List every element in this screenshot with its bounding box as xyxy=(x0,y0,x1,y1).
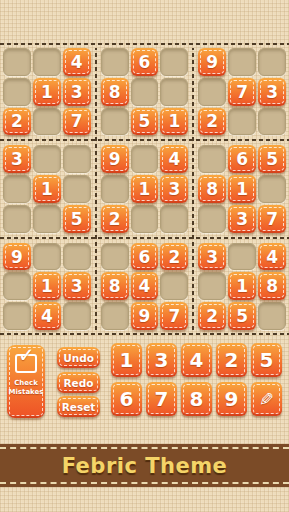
reset-button[interactable]: Reset xyxy=(57,396,100,417)
cell-r9c3[interactable] xyxy=(63,302,91,330)
cell-r6c9[interactable]: 7 xyxy=(258,205,286,233)
cell-r1c7[interactable]: 9 xyxy=(198,48,226,76)
checkmark-icon: ✓ xyxy=(18,345,35,365)
cell-r1c6[interactable] xyxy=(160,48,188,76)
cell-r2c6[interactable] xyxy=(160,78,188,106)
undo-button[interactable]: Undo xyxy=(57,347,100,368)
grid-vertical-stitch-line-1 xyxy=(95,48,97,330)
cell-r5c6[interactable]: 3 xyxy=(160,175,188,203)
cell-r7c4[interactable] xyxy=(101,243,129,271)
cell-r4c4[interactable]: 9 xyxy=(101,145,129,173)
cell-r5c1[interactable] xyxy=(3,175,31,203)
check-mistakes-button[interactable]: ✓ Check Mistakes xyxy=(7,345,45,418)
cell-r2c3[interactable]: 3 xyxy=(63,78,91,106)
cell-r4c8[interactable]: 6 xyxy=(228,145,256,173)
cell-r3c9[interactable] xyxy=(258,108,286,136)
cell-r9c6[interactable]: 7 xyxy=(160,302,188,330)
cell-r2c9[interactable]: 3 xyxy=(258,78,286,106)
redo-button[interactable]: Redo xyxy=(57,372,100,393)
cell-r2c1[interactable] xyxy=(3,78,31,106)
cell-r3c1[interactable]: 2 xyxy=(3,108,31,136)
cell-r4c3[interactable] xyxy=(63,145,91,173)
cell-r7c8[interactable] xyxy=(228,243,256,271)
cell-r1c4[interactable] xyxy=(101,48,129,76)
cell-r9c4[interactable] xyxy=(101,302,129,330)
cell-r7c2[interactable] xyxy=(33,243,61,271)
cell-r7c1[interactable]: 9 xyxy=(3,243,31,271)
cell-r9c8[interactable]: 5 xyxy=(228,302,256,330)
cell-r5c9[interactable] xyxy=(258,175,286,203)
cell-r6c3[interactable]: 5 xyxy=(63,205,91,233)
cell-r5c3[interactable] xyxy=(63,175,91,203)
cell-r8c6[interactable] xyxy=(160,272,188,300)
cell-r8c1[interactable] xyxy=(3,272,31,300)
numpad-4[interactable]: 4 xyxy=(181,343,212,377)
cell-r1c9[interactable] xyxy=(258,48,286,76)
cell-r3c4[interactable] xyxy=(101,108,129,136)
cell-r3c2[interactable] xyxy=(33,108,61,136)
pencil-button[interactable]: ✎ xyxy=(251,382,282,416)
cell-r7c6[interactable]: 2 xyxy=(160,243,188,271)
cell-r7c7[interactable]: 3 xyxy=(198,243,226,271)
sudoku-board: 4691387327512394651138152379623413841849… xyxy=(0,44,289,334)
cell-r3c3[interactable]: 7 xyxy=(63,108,91,136)
numpad-7[interactable]: 7 xyxy=(146,382,177,416)
numpad-1[interactable]: 1 xyxy=(111,343,142,377)
cell-r4c9[interactable]: 5 xyxy=(258,145,286,173)
cell-r3c6[interactable]: 1 xyxy=(160,108,188,136)
cell-r8c7[interactable] xyxy=(198,272,226,300)
sudoku-app-screen: 4691387327512394651138152379623413841849… xyxy=(0,0,289,512)
cell-r5c5[interactable]: 1 xyxy=(131,175,159,203)
cell-r4c2[interactable] xyxy=(33,145,61,173)
cell-r6c8[interactable]: 3 xyxy=(228,205,256,233)
cell-r7c5[interactable]: 6 xyxy=(131,243,159,271)
cell-r9c9[interactable] xyxy=(258,302,286,330)
cell-r8c3[interactable]: 3 xyxy=(63,272,91,300)
cell-r4c1[interactable]: 3 xyxy=(3,145,31,173)
numpad-8[interactable]: 8 xyxy=(181,382,212,416)
checkbox-icon: ✓ xyxy=(15,354,37,373)
cell-r6c7[interactable] xyxy=(198,205,226,233)
cell-r4c7[interactable] xyxy=(198,145,226,173)
cell-r3c7[interactable]: 2 xyxy=(198,108,226,136)
numpad-9[interactable]: 9 xyxy=(216,382,247,416)
cell-r7c3[interactable] xyxy=(63,243,91,271)
cell-r1c8[interactable] xyxy=(228,48,256,76)
cell-r7c9[interactable]: 4 xyxy=(258,243,286,271)
cell-r2c8[interactable]: 7 xyxy=(228,78,256,106)
cell-r9c2[interactable]: 4 xyxy=(33,302,61,330)
cell-r1c1[interactable] xyxy=(3,48,31,76)
cell-r5c4[interactable] xyxy=(101,175,129,203)
cell-r3c5[interactable]: 5 xyxy=(131,108,159,136)
cell-r8c5[interactable]: 4 xyxy=(131,272,159,300)
cell-r9c1[interactable] xyxy=(3,302,31,330)
cell-r9c7[interactable]: 2 xyxy=(198,302,226,330)
pencil-icon: ✎ xyxy=(259,389,274,410)
theme-bar: Febric Theme xyxy=(0,444,289,487)
cell-r4c6[interactable]: 4 xyxy=(160,145,188,173)
numpad-3[interactable]: 3 xyxy=(146,343,177,377)
cell-r8c9[interactable]: 8 xyxy=(258,272,286,300)
cell-r5c2[interactable]: 1 xyxy=(33,175,61,203)
cell-r1c3[interactable]: 4 xyxy=(63,48,91,76)
cell-r5c8[interactable]: 1 xyxy=(228,175,256,203)
cell-r8c8[interactable]: 1 xyxy=(228,272,256,300)
check-mistakes-label: Check Mistakes xyxy=(9,379,44,396)
cell-r6c4[interactable]: 2 xyxy=(101,205,129,233)
cell-r3c8[interactable] xyxy=(228,108,256,136)
cell-r2c7[interactable] xyxy=(198,78,226,106)
numpad-6[interactable]: 6 xyxy=(111,382,142,416)
numpad-5[interactable]: 5 xyxy=(251,343,282,377)
cell-r5c7[interactable]: 8 xyxy=(198,175,226,203)
cell-r2c2[interactable]: 1 xyxy=(33,78,61,106)
cell-r4c5[interactable] xyxy=(131,145,159,173)
cell-r2c4[interactable]: 8 xyxy=(101,78,129,106)
cell-r9c5[interactable]: 9 xyxy=(131,302,159,330)
cell-r6c6[interactable] xyxy=(160,205,188,233)
theme-title: Febric Theme xyxy=(62,454,228,478)
cell-r8c4[interactable]: 8 xyxy=(101,272,129,300)
cell-r6c5[interactable] xyxy=(131,205,159,233)
cell-r6c2[interactable] xyxy=(33,205,61,233)
grid-vertical-stitch-line-2 xyxy=(192,48,194,330)
cell-r1c2[interactable] xyxy=(33,48,61,76)
cell-r2c5[interactable] xyxy=(131,78,159,106)
numpad-2[interactable]: 2 xyxy=(216,343,247,377)
cell-r8c2[interactable]: 1 xyxy=(33,272,61,300)
cell-r6c1[interactable] xyxy=(3,205,31,233)
cell-r1c5[interactable]: 6 xyxy=(131,48,159,76)
